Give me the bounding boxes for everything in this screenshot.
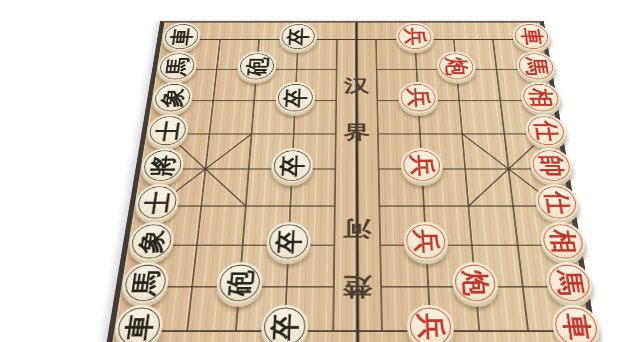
piece-glyph: 砲	[225, 270, 255, 296]
piece-glyph: 兵	[415, 313, 445, 340]
piece-glyph: 炮	[460, 270, 490, 296]
piece-glyph: 仕	[532, 120, 560, 140]
piece-glyph: 卒	[286, 28, 310, 45]
piece-red-soldier[interactable]: 兵	[400, 148, 443, 183]
piece-glyph: 象	[159, 88, 186, 107]
piece-glyph: 士	[154, 120, 182, 140]
piece-glyph: 象	[136, 229, 167, 253]
piece-black-cannon[interactable]: 砲	[236, 52, 277, 82]
piece-glyph: 卒	[283, 88, 308, 107]
piece-black-soldier[interactable]: 卒	[275, 82, 316, 113]
piece-red-soldier[interactable]: 兵	[406, 305, 455, 342]
piece-black-soldier[interactable]: 卒	[270, 148, 313, 183]
piece-glyph: 馬	[164, 57, 190, 75]
piece-black-soldier[interactable]: 卒	[266, 222, 312, 261]
piece-glyph: 車	[519, 28, 545, 45]
piece-red-horse[interactable]: 馬	[544, 262, 596, 303]
piece-black-horse[interactable]: 馬	[120, 262, 171, 303]
piece-glyph: 相	[527, 88, 554, 107]
piece-glyph: 兵	[405, 88, 430, 107]
piece-red-general[interactable]: 帥	[528, 148, 575, 183]
piece-glyph: 馬	[553, 270, 585, 296]
piece-red-cannon[interactable]: 炮	[451, 262, 500, 303]
piece-glyph: 馬	[523, 57, 550, 75]
piece-red-chariot[interactable]: 車	[550, 305, 603, 342]
piece-glyph: 士	[142, 191, 172, 214]
piece-black-elephant[interactable]: 象	[126, 222, 176, 261]
piece-red-advisor[interactable]: 仕	[533, 184, 581, 221]
piece-black-horse[interactable]: 馬	[156, 52, 199, 82]
piece-glyph: 卒	[270, 313, 300, 340]
piece-glyph: 馬	[130, 270, 162, 296]
piece-glyph: 卒	[279, 155, 306, 176]
piece-glyph: 兵	[403, 28, 427, 45]
piece-glyph: 車	[169, 28, 195, 45]
piece-red-soldier[interactable]: 兵	[396, 23, 435, 51]
piece-red-elephant[interactable]: 相	[538, 222, 588, 261]
piece-black-chariot[interactable]: 車	[161, 23, 202, 51]
piece-red-soldier[interactable]: 兵	[398, 82, 439, 113]
piece-glyph: 卒	[274, 229, 302, 253]
piece-black-chariot[interactable]: 車	[112, 305, 165, 342]
piece-black-soldier[interactable]: 卒	[279, 23, 318, 51]
board-perspective-wrapper: 汉界河楚 車卒兵車馬砲炮馬象卒兵相士仕將卒兵帥士仕象卒兵相馬砲炮馬車卒兵車	[92, 21, 612, 342]
piece-red-soldier[interactable]: 兵	[403, 222, 449, 261]
piece-glyph: 相	[548, 229, 579, 253]
piece-glyph: 車	[123, 313, 156, 340]
piece-black-cannon[interactable]: 砲	[215, 262, 264, 303]
piece-red-cannon[interactable]: 炮	[436, 52, 477, 82]
piece-red-elephant[interactable]: 相	[519, 82, 563, 113]
piece-glyph: 兵	[408, 155, 435, 176]
xiangqi-board[interactable]: 汉界河楚 車卒兵車馬砲炮馬象卒兵相士仕將卒兵帥士仕象卒兵相馬砲炮馬車卒兵車	[92, 21, 612, 342]
piece-black-soldier[interactable]: 卒	[260, 305, 309, 342]
piece-glyph: 帥	[537, 155, 566, 176]
piece-black-elephant[interactable]: 象	[150, 82, 194, 113]
piece-glyph: 車	[560, 313, 593, 340]
photo-background: 汉界河楚 車卒兵車馬砲炮馬象卒兵相士仕將卒兵帥士仕象卒兵相馬砲炮馬車卒兵車	[0, 0, 629, 342]
piece-grid: 車卒兵車馬砲炮馬象卒兵相士仕將卒兵帥士仕象卒兵相馬砲炮馬車卒兵車	[110, 25, 605, 342]
piece-red-horse[interactable]: 馬	[515, 52, 558, 82]
piece-glyph: 仕	[542, 191, 572, 214]
piece-glyph: 砲	[244, 57, 269, 75]
piece-black-advisor[interactable]: 士	[133, 184, 181, 221]
piece-glyph: 兵	[412, 229, 441, 253]
piece-red-chariot[interactable]: 車	[511, 23, 553, 51]
piece-red-advisor[interactable]: 仕	[523, 114, 568, 147]
piece-black-advisor[interactable]: 士	[145, 114, 190, 147]
piece-glyph: 炮	[444, 57, 469, 75]
piece-black-general[interactable]: 將	[139, 148, 186, 183]
piece-glyph: 將	[148, 155, 177, 176]
